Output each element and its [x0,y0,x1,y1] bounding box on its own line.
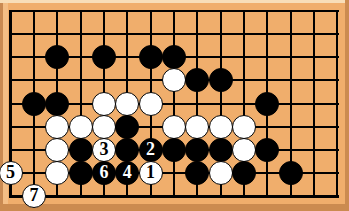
move-number-label: 4 [123,163,132,181]
stone-black [45,45,69,69]
move-number-label: 2 [146,140,155,158]
stone-white [92,115,116,139]
move-7-stone: 7 [22,184,46,208]
stone-black [69,138,93,162]
stone-black [45,92,69,116]
stone-white [45,138,69,162]
stone-white [92,92,116,116]
stone-black [92,45,116,69]
board-bevel-top [0,0,349,3]
stone-white [45,115,69,139]
move-6-stone: 6 [92,161,116,185]
stone-white [185,115,209,139]
stone-black [139,45,163,69]
move-4-stone: 4 [115,161,139,185]
stone-white [45,161,69,185]
stone-black [69,161,93,185]
stone-black [185,68,209,92]
stone-black [209,68,233,92]
stone-white [232,115,256,139]
grid-hline [9,33,339,35]
move-5-stone: 5 [0,161,23,185]
stone-white [162,68,186,92]
go-board: 3256417 [0,0,349,211]
move-1-stone: 1 [139,161,163,185]
stone-black [162,138,186,162]
stone-white [162,115,186,139]
stone-white [115,92,139,116]
move-3-stone: 3 [92,138,116,162]
stone-black [115,138,139,162]
move-number-label: 7 [29,186,38,204]
move-2-stone: 2 [139,138,163,162]
stone-black [162,45,186,69]
move-number-label: 6 [99,163,108,181]
stone-black [185,138,209,162]
stone-black [255,138,279,162]
stone-white [69,115,93,139]
stone-black [185,161,209,185]
stone-black [115,115,139,139]
board-bevel-right [345,0,349,211]
stone-black [209,138,233,162]
board-edge-line-bottom [9,195,339,198]
stone-white [209,115,233,139]
stone-black [255,92,279,116]
move-number-label: 1 [146,163,155,181]
grid-hline [9,10,339,12]
move-number-label: 3 [99,140,108,158]
stone-white [232,138,256,162]
stone-black [22,92,46,116]
stone-black [279,161,303,185]
stone-white [139,92,163,116]
stone-white [209,161,233,185]
board-bevel-bottom [0,204,349,211]
stone-black [232,161,256,185]
move-number-label: 5 [6,163,15,181]
